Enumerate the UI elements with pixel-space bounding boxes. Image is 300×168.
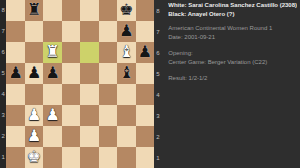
white-pawn-c3: ♟ <box>43 105 62 126</box>
square-e4 <box>80 84 98 105</box>
black-pawn-b5: ♟ <box>25 63 44 84</box>
black-pawn-h6: ♟ <box>136 42 155 63</box>
square-c5: ♟ <box>43 63 62 84</box>
square-a3 <box>6 105 24 126</box>
rank-label-right-4: 4 <box>154 84 164 105</box>
square-e5 <box>80 63 98 84</box>
square-d5 <box>62 63 81 84</box>
square-d4 <box>62 84 81 105</box>
square-a6 <box>6 42 24 63</box>
square-d6 <box>62 42 81 63</box>
square-g5: ♝ <box>117 63 136 84</box>
square-f2 <box>99 126 118 147</box>
opening-name: Center Game: Berger Variation (C22) <box>168 59 297 66</box>
square-f1 <box>99 147 118 168</box>
square-e6 <box>80 42 98 63</box>
opening-label: Opening: <box>168 50 297 57</box>
square-h2 <box>136 126 155 147</box>
chess-board: ♜♚♟♜♝♟♟♟♟♝♟♟♟♚ <box>6 0 154 168</box>
square-a5: ♟ <box>6 63 24 84</box>
square-h7 <box>136 21 155 42</box>
rank-label-right-8: 8 <box>154 0 164 21</box>
black-pawn-g7: ♟ <box>117 21 136 42</box>
date-line: Date: 2001-09-21 <box>168 34 297 41</box>
square-f7 <box>99 21 118 42</box>
game-info-panel: 87654321 White: Sarai Carolina Sanchez C… <box>154 0 300 168</box>
white-bishop-g6: ♝ <box>117 42 136 63</box>
result-line: Result: 1/2-1/2 <box>168 75 297 82</box>
square-b2: ♟ <box>25 126 44 147</box>
square-g8: ♚ <box>117 0 136 21</box>
square-b5: ♟ <box>25 63 44 84</box>
square-c2 <box>43 126 62 147</box>
square-d2 <box>62 126 81 147</box>
square-g7: ♟ <box>117 21 136 42</box>
square-c1 <box>43 147 62 168</box>
rank-label-right-6: 6 <box>154 42 164 63</box>
square-g2 <box>117 126 136 147</box>
rank-label-right-3: 3 <box>154 105 164 126</box>
square-g6: ♝ <box>117 42 136 63</box>
white-player-line: White: Sarai Carolina Sanchez Castillo (… <box>168 2 297 9</box>
rank-label-right-2: 2 <box>154 126 164 147</box>
square-a8 <box>6 0 24 21</box>
square-e8 <box>80 0 98 21</box>
white-king-b1: ♚ <box>25 147 44 168</box>
rank-label-right-1: 1 <box>154 147 164 168</box>
square-d7 <box>62 21 81 42</box>
rank-label-right-7: 7 <box>154 21 164 42</box>
square-c6: ♜ <box>43 42 62 63</box>
square-f5 <box>99 63 118 84</box>
rank-labels-right: 87654321 <box>154 0 164 168</box>
square-d8 <box>62 0 81 21</box>
square-e7 <box>80 21 98 42</box>
square-g1 <box>117 147 136 168</box>
square-f8 <box>99 0 118 21</box>
square-f6 <box>99 42 118 63</box>
event-line: American Continental Women Round 1 <box>168 25 297 32</box>
rank-label-right-5: 5 <box>154 63 164 84</box>
square-g4 <box>117 84 136 105</box>
black-bishop-g5: ♝ <box>117 63 136 84</box>
black-pawn-c5: ♟ <box>43 63 62 84</box>
square-e1 <box>80 147 98 168</box>
square-c4 <box>43 84 62 105</box>
white-rook-c6: ♜ <box>43 42 62 63</box>
square-a4 <box>6 84 24 105</box>
chess-app-window: 87654321 ♜♚♟♜♝♟♟♟♟♝♟♟♟♚ 87654321 White: … <box>0 0 300 168</box>
black-rook-b8: ♜ <box>25 0 44 21</box>
white-pawn-b2: ♟ <box>25 126 44 147</box>
square-d3 <box>62 105 81 126</box>
square-h4 <box>136 84 155 105</box>
black-player-line: Black: Anayel Otero (?) <box>168 11 297 18</box>
square-a1 <box>6 147 24 168</box>
square-b6 <box>25 42 44 63</box>
square-b1: ♚ <box>25 147 44 168</box>
square-h1 <box>136 147 155 168</box>
square-b7 <box>25 21 44 42</box>
square-f3 <box>99 105 118 126</box>
square-h6: ♟ <box>136 42 155 63</box>
square-h8 <box>136 0 155 21</box>
square-e2 <box>80 126 98 147</box>
square-b8: ♜ <box>25 0 44 21</box>
square-a7 <box>6 21 24 42</box>
square-e3 <box>80 105 98 126</box>
square-h5 <box>136 63 155 84</box>
black-king-g8: ♚ <box>117 0 136 21</box>
square-a2 <box>6 126 24 147</box>
square-g3 <box>117 105 136 126</box>
square-h3 <box>136 105 155 126</box>
square-c7 <box>43 21 62 42</box>
square-c8 <box>43 0 62 21</box>
black-pawn-a5: ♟ <box>6 63 24 84</box>
square-c3: ♟ <box>43 105 62 126</box>
square-d1 <box>62 147 81 168</box>
square-b4 <box>25 84 44 105</box>
square-b3: ♟ <box>25 105 44 126</box>
square-f4 <box>99 84 118 105</box>
game-metadata: White: Sarai Carolina Sanchez Castillo (… <box>164 0 300 168</box>
white-pawn-b3: ♟ <box>25 105 44 126</box>
